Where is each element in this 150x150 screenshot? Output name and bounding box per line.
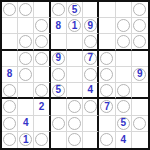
odd-marker-circle <box>117 84 130 97</box>
cell-r3c8[interactable] <box>116 34 132 50</box>
cell-r6c4[interactable]: 5 <box>51 83 67 99</box>
cell-r8c1[interactable] <box>2 116 18 132</box>
odd-marker-circle <box>35 35 48 48</box>
sudoku-board: 5819978954274514 <box>0 0 150 150</box>
odd-marker-circle <box>3 84 16 97</box>
odd-marker-circle <box>19 68 32 81</box>
given-digit: 2 <box>39 102 45 112</box>
cell-r3c7[interactable] <box>99 34 115 50</box>
cell-r2c9[interactable] <box>132 18 148 34</box>
cell-r7c4[interactable] <box>51 99 67 115</box>
odd-marker-circle <box>35 52 48 65</box>
odd-marker-circle <box>35 133 48 146</box>
odd-marker-circle <box>117 35 130 48</box>
cell-r8c8[interactable]: 5 <box>116 116 132 132</box>
odd-marker-circle: 9 <box>133 68 146 81</box>
cell-r9c1[interactable] <box>2 132 18 148</box>
cell-r9c3[interactable] <box>34 132 50 148</box>
given-digit: 9 <box>87 21 93 31</box>
cell-r1c7[interactable] <box>99 2 115 18</box>
odd-marker-circle <box>133 35 146 48</box>
cell-r9c7[interactable] <box>99 132 115 148</box>
odd-marker-circle <box>52 117 65 130</box>
cell-r3c9[interactable] <box>132 34 148 50</box>
cell-r6c8[interactable] <box>116 83 132 99</box>
cell-r5c3[interactable] <box>34 67 50 83</box>
odd-marker-circle: 9 <box>52 52 65 65</box>
cell-r4c2[interactable] <box>18 51 34 67</box>
cell-r1c9[interactable] <box>132 2 148 18</box>
cell-r9c9[interactable] <box>132 132 148 148</box>
cell-r2c4[interactable]: 8 <box>51 18 67 34</box>
given-digit: 7 <box>104 102 110 112</box>
odd-marker-circle <box>133 19 146 32</box>
given-digit: 8 <box>7 69 13 79</box>
cell-r8c3[interactable] <box>34 116 50 132</box>
cell-r5c6[interactable] <box>83 67 99 83</box>
cell-r2c1[interactable] <box>2 18 18 34</box>
cell-r3c2[interactable] <box>18 34 34 50</box>
given-digit: 4 <box>120 135 126 145</box>
odd-marker-circle <box>19 3 32 16</box>
cell-r3c5[interactable] <box>67 34 83 50</box>
cell-r4c9[interactable] <box>132 51 148 67</box>
cell-r4c7[interactable] <box>99 51 115 67</box>
cell-r5c7[interactable] <box>99 67 115 83</box>
cell-r5c2[interactable] <box>18 67 34 83</box>
cell-r8c9[interactable] <box>132 116 148 132</box>
cell-r8c4[interactable] <box>51 116 67 132</box>
cell-r5c4[interactable] <box>51 67 67 83</box>
odd-marker-circle <box>84 100 97 113</box>
cell-r6c6[interactable]: 4 <box>83 83 99 99</box>
cell-r8c7[interactable] <box>99 116 115 132</box>
odd-marker-circle: 7 <box>100 100 113 113</box>
odd-marker-circle: 7 <box>84 52 97 65</box>
cell-r6c9[interactable] <box>132 83 148 99</box>
given-digit: 5 <box>55 85 61 95</box>
cell-r6c7[interactable] <box>99 83 115 99</box>
cell-r4c3[interactable] <box>34 51 50 67</box>
odd-marker-circle <box>100 52 113 65</box>
cell-r4c1[interactable] <box>2 51 18 67</box>
cell-r3c3[interactable] <box>34 34 50 50</box>
odd-marker-circle: 5 <box>117 117 130 130</box>
odd-marker-circle <box>52 3 65 16</box>
given-digit: 7 <box>87 53 93 63</box>
cell-r1c2[interactable] <box>18 2 34 18</box>
cell-r9c6[interactable] <box>83 132 99 148</box>
cell-r6c3[interactable] <box>34 83 50 99</box>
cell-r1c6[interactable] <box>83 2 99 18</box>
given-digit: 9 <box>55 53 61 63</box>
cell-r1c1[interactable] <box>2 2 18 18</box>
cell-r2c2[interactable] <box>18 18 34 34</box>
given-digit: 4 <box>23 118 29 128</box>
odd-marker-circle <box>117 19 130 32</box>
odd-marker-circle <box>100 68 113 81</box>
cell-r7c6[interactable] <box>83 99 99 115</box>
cell-r5c1[interactable]: 8 <box>2 67 18 83</box>
cell-r9c5[interactable] <box>67 132 83 148</box>
cell-r2c5[interactable]: 1 <box>67 18 83 34</box>
odd-marker-circle <box>19 52 32 65</box>
cell-r7c9[interactable] <box>132 99 148 115</box>
cell-r5c8[interactable] <box>116 67 132 83</box>
cell-r2c7[interactable] <box>99 18 115 34</box>
cell-r2c6[interactable]: 9 <box>83 18 99 34</box>
cell-r7c2[interactable] <box>18 99 34 115</box>
cell-r7c8[interactable] <box>116 99 132 115</box>
cell-r6c1[interactable] <box>2 83 18 99</box>
odd-marker-circle <box>3 117 16 130</box>
cell-r4c5[interactable] <box>67 51 83 67</box>
cell-r2c3[interactable] <box>34 18 50 34</box>
cell-r1c3[interactable] <box>34 2 50 18</box>
odd-marker-circle <box>84 35 97 48</box>
odd-marker-circle <box>35 19 48 32</box>
cell-r1c8[interactable] <box>116 2 132 18</box>
cell-r9c2[interactable]: 1 <box>18 132 34 148</box>
cell-r4c4[interactable]: 9 <box>51 51 67 67</box>
odd-marker-circle <box>68 100 81 113</box>
odd-marker-circle: 5 <box>52 84 65 97</box>
odd-marker-circle <box>19 35 32 48</box>
given-digit: 5 <box>120 118 126 128</box>
cell-r5c9[interactable]: 9 <box>132 67 148 83</box>
cell-r9c4[interactable] <box>51 132 67 148</box>
cell-r8c2[interactable]: 4 <box>18 116 34 132</box>
cell-r7c7[interactable]: 7 <box>99 99 115 115</box>
given-digit: 5 <box>72 5 78 15</box>
cell-r7c5[interactable] <box>67 99 83 115</box>
given-digit: 1 <box>72 21 78 31</box>
odd-marker-circle: 1 <box>68 19 81 32</box>
cell-r3c1[interactable] <box>2 34 18 50</box>
cell-r3c4[interactable] <box>51 34 67 50</box>
odd-marker-circle: 9 <box>84 19 97 32</box>
cell-r8c6[interactable] <box>83 116 99 132</box>
cell-r8c5[interactable] <box>67 116 83 132</box>
cell-r3c6[interactable] <box>83 34 99 50</box>
given-digit: 9 <box>137 69 143 79</box>
given-digit: 4 <box>87 85 93 95</box>
odd-marker-circle <box>133 3 146 16</box>
odd-marker-circle <box>52 68 65 81</box>
odd-marker-circle <box>3 133 16 146</box>
odd-marker-circle: 1 <box>19 133 32 146</box>
cell-r4c6[interactable]: 7 <box>83 51 99 67</box>
cell-r7c1[interactable] <box>2 99 18 115</box>
cell-r2c8[interactable] <box>116 18 132 34</box>
odd-marker-circle <box>84 68 97 81</box>
odd-marker-circle <box>100 84 113 97</box>
odd-marker-circle <box>100 133 113 146</box>
cell-r7c3[interactable]: 2 <box>34 99 50 115</box>
cell-r9c8[interactable]: 4 <box>116 132 132 148</box>
cell-r4c8[interactable] <box>116 51 132 67</box>
odd-marker-circle <box>117 100 130 113</box>
cell-r6c2[interactable] <box>18 83 34 99</box>
given-digit: 1 <box>23 135 29 145</box>
odd-marker-circle <box>35 84 48 97</box>
odd-marker-circle <box>68 133 81 146</box>
odd-marker-circle <box>3 100 16 113</box>
cell-r1c4[interactable] <box>51 2 67 18</box>
cell-r6c5[interactable] <box>67 83 83 99</box>
odd-marker-circle <box>3 3 16 16</box>
odd-marker-circle <box>133 117 146 130</box>
odd-marker-circle <box>68 117 81 130</box>
cell-r5c5[interactable] <box>67 67 83 83</box>
odd-marker-circle: 5 <box>68 3 81 16</box>
given-digit: 8 <box>55 21 61 31</box>
cell-r1c5[interactable]: 5 <box>67 2 83 18</box>
